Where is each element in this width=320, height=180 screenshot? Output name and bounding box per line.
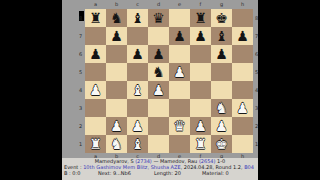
piece-black-king: ♚: [215, 9, 228, 27]
square-b3: [106, 99, 127, 117]
rank-labels-left: 87654321: [78, 9, 83, 153]
square-f3: [190, 99, 211, 117]
coord-label: b: [106, 2, 127, 7]
piece-black-pawn: ♟: [131, 45, 144, 63]
square-f6: [190, 45, 211, 63]
square-d2: [148, 117, 169, 135]
coord-label: c: [127, 2, 148, 7]
piece-black-knight: ♞: [110, 9, 123, 27]
square-a6: ♟: [85, 45, 106, 63]
coord-label: 4: [78, 81, 83, 99]
square-e4: [169, 81, 190, 99]
square-b1: ♞: [106, 135, 127, 153]
piece-white-pawn: ♟: [110, 117, 123, 135]
coord-label: g: [211, 2, 232, 7]
piece-white-bishop: ♝: [131, 81, 144, 99]
square-c1: ♝: [127, 135, 148, 153]
square-h4: [232, 81, 253, 99]
square-a7: [85, 27, 106, 45]
square-e1: [169, 135, 190, 153]
coord-label: h: [232, 2, 253, 7]
coord-label: d: [148, 2, 169, 7]
coord-label: 1: [254, 135, 259, 153]
coord-label: 7: [254, 27, 259, 45]
square-h7: ♟: [232, 27, 253, 45]
piece-black-pawn: ♟: [152, 45, 165, 63]
coord-label: 5: [78, 63, 83, 81]
square-a4: ♟: [85, 81, 106, 99]
square-e8: [169, 9, 190, 27]
coord-label: 3: [254, 99, 259, 117]
square-d4: ♟: [148, 81, 169, 99]
square-d8: ♛: [148, 9, 169, 27]
square-b2: ♟: [106, 117, 127, 135]
square-c5: [127, 63, 148, 81]
coord-label: 6: [78, 45, 83, 63]
square-f1: ♜: [190, 135, 211, 153]
piece-black-pawn: ♟: [236, 27, 249, 45]
square-f8: ♜: [190, 9, 211, 27]
coord-label: 4: [254, 81, 259, 99]
square-h8: [232, 9, 253, 27]
coord-label: f: [190, 2, 211, 7]
square-b8: ♞: [106, 9, 127, 27]
square-e7: ♟: [169, 27, 190, 45]
square-a3: [85, 99, 106, 117]
piece-black-knight: ♞: [152, 63, 165, 81]
square-b6: [106, 45, 127, 63]
coord-label: 2: [254, 117, 259, 135]
square-d7: [148, 27, 169, 45]
piece-white-pawn: ♟: [215, 117, 228, 135]
piece-white-pawn: ♟: [236, 99, 249, 117]
square-e6: [169, 45, 190, 63]
piece-black-rook: ♜: [194, 9, 207, 27]
piece-black-rook: ♜: [89, 9, 102, 27]
square-e2: ♛: [169, 117, 190, 135]
piece-white-king: ♚: [215, 135, 228, 153]
game-info-caption: Mamedyarov, S (2734) — Mamedov, Rau (265…: [62, 158, 258, 180]
coord-label: 6: [254, 45, 259, 63]
coord-label: 8: [254, 9, 259, 27]
square-d5: ♞: [148, 63, 169, 81]
square-b5: [106, 63, 127, 81]
square-a8: ♜: [85, 9, 106, 27]
coord-label: 3: [78, 99, 83, 117]
piece-white-rook: ♜: [194, 135, 207, 153]
square-d3: [148, 99, 169, 117]
rank-labels-right: 87654321: [254, 9, 259, 153]
square-f7: ♟: [190, 27, 211, 45]
piece-black-pawn: ♟: [173, 27, 186, 45]
square-c3: [127, 99, 148, 117]
square-g4: [211, 81, 232, 99]
coord-label: 1: [78, 135, 83, 153]
coord-label: 5: [254, 63, 259, 81]
square-g6: ♟: [211, 45, 232, 63]
piece-white-rook: ♜: [89, 135, 102, 153]
square-c4: ♝: [127, 81, 148, 99]
square-a1: ♜: [85, 135, 106, 153]
square-g2: ♟: [211, 117, 232, 135]
square-c6: ♟: [127, 45, 148, 63]
chess-board: ♜♞♝♛♜♚♟♟♟♝♟♟♟♟♟♞♟♟♝♟♞♟♟♟♛♟♟♜♞♝♜♚: [85, 9, 253, 153]
piece-white-knight: ♞: [215, 99, 228, 117]
coord-label: 7: [78, 27, 83, 45]
square-f2: ♟: [190, 117, 211, 135]
square-b4: [106, 81, 127, 99]
square-c2: ♟: [127, 117, 148, 135]
square-h3: ♟: [232, 99, 253, 117]
piece-black-pawn: ♟: [89, 45, 102, 63]
piece-white-pawn: ♟: [152, 81, 165, 99]
file-labels-top: abcdefgh: [85, 2, 253, 7]
square-d6: ♟: [148, 45, 169, 63]
square-b7: ♟: [106, 27, 127, 45]
square-c8: ♝: [127, 9, 148, 27]
piece-white-pawn: ♟: [89, 81, 102, 99]
square-f5: [190, 63, 211, 81]
piece-white-pawn: ♟: [194, 117, 207, 135]
piece-black-pawn: ♟: [194, 27, 207, 45]
piece-white-knight: ♞: [110, 135, 123, 153]
piece-black-pawn: ♟: [110, 27, 123, 45]
piece-black-pawn: ♟: [215, 45, 228, 63]
eco-code: B04: [244, 164, 254, 170]
coord-label: 8: [78, 9, 83, 27]
square-f4: [190, 81, 211, 99]
status-line: B : 0:0 Next: 9...Nb6 Length: 20 Materia…: [64, 171, 256, 176]
coord-label: a: [85, 2, 106, 7]
coord-label: 2: [78, 117, 83, 135]
square-a5: [85, 63, 106, 81]
video-content-area: abcdefgh 87654321 87654321 ♜♞♝♛♜♚♟♟♟♝♟♟♟…: [62, 0, 258, 180]
clock-status: B : 0:0: [64, 171, 98, 176]
square-e3: [169, 99, 190, 117]
square-c7: [127, 27, 148, 45]
material-balance: Material: 0: [202, 171, 229, 176]
square-a2: [85, 117, 106, 135]
square-h5: [232, 63, 253, 81]
piece-black-bishop: ♝: [131, 9, 144, 27]
piece-white-bishop: ♝: [131, 135, 144, 153]
square-h1: [232, 135, 253, 153]
square-e5: ♟: [169, 63, 190, 81]
piece-black-queen: ♛: [152, 9, 165, 27]
game-length: Length: 20: [154, 171, 202, 176]
square-h6: [232, 45, 253, 63]
square-g3: ♞: [211, 99, 232, 117]
square-g7: ♝: [211, 27, 232, 45]
square-g8: ♚: [211, 9, 232, 27]
piece-white-pawn: ♟: [131, 117, 144, 135]
square-g5: [211, 63, 232, 81]
piece-black-bishop: ♝: [215, 27, 228, 45]
square-h2: [232, 117, 253, 135]
square-g1: ♚: [211, 135, 232, 153]
piece-white-queen: ♛: [173, 117, 186, 135]
coord-label: e: [169, 2, 190, 7]
video-frame: { "game": "chess", "position": { "fen": …: [0, 0, 320, 180]
next-move: Next: 9...Nb6: [98, 171, 154, 176]
piece-white-pawn: ♟: [173, 63, 186, 81]
square-d1: [148, 135, 169, 153]
